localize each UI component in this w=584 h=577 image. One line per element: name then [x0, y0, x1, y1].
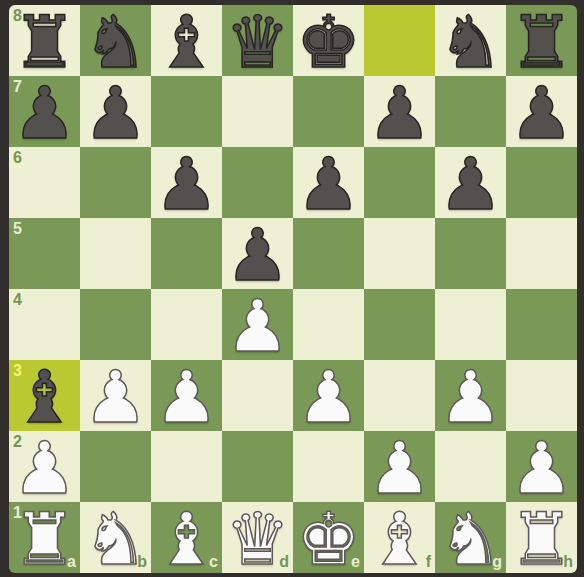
square-g4[interactable] [435, 289, 506, 360]
black-pawn[interactable]: ♟ [222, 218, 293, 289]
square-b1[interactable]: b♞ [80, 502, 151, 573]
rank-label-4: 4 [13, 292, 22, 308]
square-e2[interactable] [293, 431, 364, 502]
square-h3[interactable] [506, 360, 577, 431]
square-d2[interactable] [222, 431, 293, 502]
square-d4[interactable]: ♟ [222, 289, 293, 360]
square-e4[interactable] [293, 289, 364, 360]
white-bishop[interactable]: ♝ [364, 502, 435, 573]
white-rook[interactable]: ♜ [9, 502, 80, 573]
square-b8[interactable]: ♞ [80, 5, 151, 76]
square-a7[interactable]: 7♟ [9, 76, 80, 147]
black-rook[interactable]: ♜ [506, 5, 577, 76]
square-c3[interactable]: ♟ [151, 360, 222, 431]
square-a3[interactable]: 3♝ [9, 360, 80, 431]
square-c4[interactable] [151, 289, 222, 360]
square-e1[interactable]: e♚ [293, 502, 364, 573]
square-g7[interactable] [435, 76, 506, 147]
square-c2[interactable] [151, 431, 222, 502]
square-b3[interactable]: ♟ [80, 360, 151, 431]
white-knight[interactable]: ♞ [435, 502, 506, 573]
square-d3[interactable] [222, 360, 293, 431]
square-h6[interactable] [506, 147, 577, 218]
square-a8[interactable]: 8♜ [9, 5, 80, 76]
black-bishop[interactable]: ♝ [9, 360, 80, 431]
white-bishop[interactable]: ♝ [151, 502, 222, 573]
square-f6[interactable] [364, 147, 435, 218]
square-d6[interactable] [222, 147, 293, 218]
black-queen[interactable]: ♛ [222, 5, 293, 76]
square-b6[interactable] [80, 147, 151, 218]
white-pawn[interactable]: ♟ [364, 431, 435, 502]
white-pawn[interactable]: ♟ [506, 431, 577, 502]
black-knight[interactable]: ♞ [435, 5, 506, 76]
square-f3[interactable] [364, 360, 435, 431]
white-pawn[interactable]: ♟ [435, 360, 506, 431]
black-pawn[interactable]: ♟ [506, 76, 577, 147]
square-g2[interactable] [435, 431, 506, 502]
square-d8[interactable]: ♛ [222, 5, 293, 76]
black-rook[interactable]: ♜ [9, 5, 80, 76]
white-knight[interactable]: ♞ [80, 502, 151, 573]
square-c1[interactable]: c♝ [151, 502, 222, 573]
square-a5[interactable]: 5 [9, 218, 80, 289]
rank-label-5: 5 [13, 221, 22, 237]
square-e6[interactable]: ♟ [293, 147, 364, 218]
black-pawn[interactable]: ♟ [293, 147, 364, 218]
square-a2[interactable]: 2♟ [9, 431, 80, 502]
square-b2[interactable] [80, 431, 151, 502]
square-f7[interactable]: ♟ [364, 76, 435, 147]
black-king[interactable]: ♚ [293, 5, 364, 76]
square-h5[interactable] [506, 218, 577, 289]
white-queen[interactable]: ♛ [222, 502, 293, 573]
chess-board: 8♜♞♝♛♚♞♜7♟♟♟♟6♟♟♟5♟4♟3♝♟♟♟♟2♟♟♟1a♜b♞c♝d♛… [9, 5, 577, 573]
square-d7[interactable] [222, 76, 293, 147]
square-e7[interactable] [293, 76, 364, 147]
square-h8[interactable]: ♜ [506, 5, 577, 76]
square-g8[interactable]: ♞ [435, 5, 506, 76]
square-d1[interactable]: d♛ [222, 502, 293, 573]
square-c6[interactable]: ♟ [151, 147, 222, 218]
square-f8[interactable] [364, 5, 435, 76]
white-king[interactable]: ♚ [293, 502, 364, 573]
square-a6[interactable]: 6 [9, 147, 80, 218]
square-a4[interactable]: 4 [9, 289, 80, 360]
black-pawn[interactable]: ♟ [80, 76, 151, 147]
white-pawn[interactable]: ♟ [293, 360, 364, 431]
square-g6[interactable]: ♟ [435, 147, 506, 218]
square-h1[interactable]: h♜ [506, 502, 577, 573]
square-e3[interactable]: ♟ [293, 360, 364, 431]
white-pawn[interactable]: ♟ [9, 431, 80, 502]
square-g5[interactable] [435, 218, 506, 289]
black-pawn[interactable]: ♟ [151, 147, 222, 218]
square-h7[interactable]: ♟ [506, 76, 577, 147]
black-pawn[interactable]: ♟ [364, 76, 435, 147]
white-rook[interactable]: ♜ [506, 502, 577, 573]
square-f2[interactable]: ♟ [364, 431, 435, 502]
white-pawn[interactable]: ♟ [222, 289, 293, 360]
white-pawn[interactable]: ♟ [151, 360, 222, 431]
square-e8[interactable]: ♚ [293, 5, 364, 76]
rank-label-6: 6 [13, 150, 22, 166]
square-c7[interactable] [151, 76, 222, 147]
square-d5[interactable]: ♟ [222, 218, 293, 289]
square-b7[interactable]: ♟ [80, 76, 151, 147]
square-c8[interactable]: ♝ [151, 5, 222, 76]
black-knight[interactable]: ♞ [80, 5, 151, 76]
square-f5[interactable] [364, 218, 435, 289]
square-h2[interactable]: ♟ [506, 431, 577, 502]
square-f1[interactable]: f♝ [364, 502, 435, 573]
square-a1[interactable]: 1a♜ [9, 502, 80, 573]
square-c5[interactable] [151, 218, 222, 289]
black-bishop[interactable]: ♝ [151, 5, 222, 76]
square-b5[interactable] [80, 218, 151, 289]
white-pawn[interactable]: ♟ [80, 360, 151, 431]
black-pawn[interactable]: ♟ [435, 147, 506, 218]
square-g1[interactable]: g♞ [435, 502, 506, 573]
square-g3[interactable]: ♟ [435, 360, 506, 431]
black-pawn[interactable]: ♟ [9, 76, 80, 147]
square-f4[interactable] [364, 289, 435, 360]
square-e5[interactable] [293, 218, 364, 289]
square-b4[interactable] [80, 289, 151, 360]
app-background: { "game": "chess", "position": { "fen": … [0, 0, 584, 577]
square-h4[interactable] [506, 289, 577, 360]
